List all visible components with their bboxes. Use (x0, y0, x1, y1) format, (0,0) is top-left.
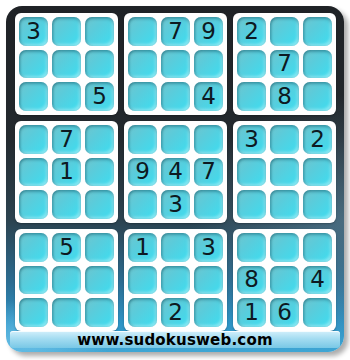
cell-r3c5[interactable] (161, 82, 190, 111)
box-r3c2: 132 (124, 229, 227, 331)
cell-r9c1[interactable] (19, 298, 48, 327)
box-r3c3: 8416 (233, 229, 336, 331)
site-link[interactable]: www.sudokusweb.com (77, 331, 272, 349)
cell-r6c6[interactable] (194, 190, 223, 219)
cell-r2c7[interactable] (237, 50, 266, 79)
cell-r6c2[interactable] (52, 190, 81, 219)
cell-r8c7[interactable]: 8 (237, 266, 266, 295)
box-r2c3: 32 (233, 121, 336, 223)
cell-r5c6[interactable]: 7 (194, 158, 223, 187)
cell-r1c9[interactable] (303, 17, 332, 46)
cell-r2c3[interactable] (85, 50, 114, 79)
cell-r1c1[interactable]: 3 (19, 17, 48, 46)
cell-r9c7[interactable]: 1 (237, 298, 266, 327)
cell-r8c3[interactable] (85, 266, 114, 295)
cell-r6c1[interactable] (19, 190, 48, 219)
cell-r2c8[interactable]: 7 (270, 50, 299, 79)
cell-r3c8[interactable]: 8 (270, 82, 299, 111)
cell-r9c4[interactable] (128, 298, 157, 327)
cell-r7c7[interactable] (237, 233, 266, 262)
cell-r3c9[interactable] (303, 82, 332, 111)
cell-r6c3[interactable] (85, 190, 114, 219)
cell-r2c2[interactable] (52, 50, 81, 79)
cell-r7c9[interactable] (303, 233, 332, 262)
cell-r4c9[interactable]: 2 (303, 125, 332, 154)
footer-bar: www.sudokusweb.com (10, 331, 340, 348)
cell-r3c4[interactable] (128, 82, 157, 111)
cell-r9c8[interactable]: 6 (270, 298, 299, 327)
cell-r3c3[interactable]: 5 (85, 82, 114, 111)
cell-r4c1[interactable] (19, 125, 48, 154)
cell-r9c6[interactable] (194, 298, 223, 327)
cell-r2c6[interactable] (194, 50, 223, 79)
cell-r1c4[interactable] (128, 17, 157, 46)
cell-r3c2[interactable] (52, 82, 81, 111)
cell-r7c5[interactable] (161, 233, 190, 262)
cell-r1c8[interactable] (270, 17, 299, 46)
cell-r9c3[interactable] (85, 298, 114, 327)
cell-r8c2[interactable] (52, 266, 81, 295)
cell-r5c5[interactable]: 4 (161, 158, 190, 187)
cell-r1c2[interactable] (52, 17, 81, 46)
cell-r5c2[interactable]: 1 (52, 158, 81, 187)
cell-r5c4[interactable]: 9 (128, 158, 157, 187)
cell-r2c9[interactable] (303, 50, 332, 79)
box-r2c2: 9473 (124, 121, 227, 223)
cell-r6c9[interactable] (303, 190, 332, 219)
cell-r4c5[interactable] (161, 125, 190, 154)
cell-r2c4[interactable] (128, 50, 157, 79)
cell-r7c1[interactable] (19, 233, 48, 262)
cell-r8c4[interactable] (128, 266, 157, 295)
cell-r7c8[interactable] (270, 233, 299, 262)
cell-r3c6[interactable]: 4 (194, 82, 223, 111)
cell-r5c7[interactable] (237, 158, 266, 187)
cell-r5c1[interactable] (19, 158, 48, 187)
cell-r5c8[interactable] (270, 158, 299, 187)
cell-r1c3[interactable] (85, 17, 114, 46)
box-r1c1: 35 (15, 13, 118, 115)
cell-r6c8[interactable] (270, 190, 299, 219)
cell-r6c5[interactable]: 3 (161, 190, 190, 219)
cell-r3c7[interactable] (237, 82, 266, 111)
cell-r6c7[interactable] (237, 190, 266, 219)
cell-r5c9[interactable] (303, 158, 332, 187)
cell-r2c1[interactable] (19, 50, 48, 79)
cell-r6c4[interactable] (128, 190, 157, 219)
cell-r9c5[interactable]: 2 (161, 298, 190, 327)
cell-r9c2[interactable] (52, 298, 81, 327)
cell-r4c8[interactable] (270, 125, 299, 154)
cell-r4c6[interactable] (194, 125, 223, 154)
cell-r8c5[interactable] (161, 266, 190, 295)
sudoku-board-frame: 357942787194733251328416 www.sudokusweb.… (6, 6, 344, 352)
cell-r8c1[interactable] (19, 266, 48, 295)
cell-r8c9[interactable]: 4 (303, 266, 332, 295)
cell-r8c8[interactable] (270, 266, 299, 295)
cell-r1c5[interactable]: 7 (161, 17, 190, 46)
box-r1c2: 794 (124, 13, 227, 115)
cell-r9c9[interactable] (303, 298, 332, 327)
box-r3c1: 5 (15, 229, 118, 331)
cell-r4c2[interactable]: 7 (52, 125, 81, 154)
cell-r4c3[interactable] (85, 125, 114, 154)
cell-r7c4[interactable]: 1 (128, 233, 157, 262)
cell-r1c6[interactable]: 9 (194, 17, 223, 46)
cell-r7c2[interactable]: 5 (52, 233, 81, 262)
cell-r7c3[interactable] (85, 233, 114, 262)
cell-r3c1[interactable] (19, 82, 48, 111)
box-r2c1: 71 (15, 121, 118, 223)
cell-r4c7[interactable]: 3 (237, 125, 266, 154)
box-r1c3: 278 (233, 13, 336, 115)
cell-r4c4[interactable] (128, 125, 157, 154)
cell-r2c5[interactable] (161, 50, 190, 79)
cell-r5c3[interactable] (85, 158, 114, 187)
cell-r7c6[interactable]: 3 (194, 233, 223, 262)
cell-r1c7[interactable]: 2 (237, 17, 266, 46)
cell-r8c6[interactable] (194, 266, 223, 295)
sudoku-grid: 357942787194733251328416 (15, 13, 336, 331)
